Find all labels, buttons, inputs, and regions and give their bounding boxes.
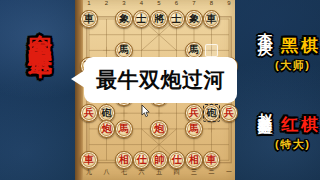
piece-red[interactable]: 車	[80, 151, 97, 168]
piece-black[interactable]: 車	[80, 10, 97, 27]
file-label: 8	[203, 0, 221, 7]
piece-red[interactable]: 車	[203, 151, 220, 168]
black-player-title: (大师)	[275, 58, 310, 73]
piece-red[interactable]: 炮	[98, 120, 115, 137]
black-player-name: 李少庚	[255, 21, 274, 30]
piece-red[interactable]: 仕	[133, 151, 150, 168]
piece-red[interactable]: 馬	[115, 120, 132, 137]
piece-red[interactable]: 兵	[80, 104, 97, 121]
file-label: 八	[98, 168, 116, 176]
file-label: 一	[220, 168, 238, 176]
mouse-cursor-icon	[141, 105, 150, 118]
file-label: 9	[220, 0, 238, 7]
black-side-label: 黑棋	[281, 34, 320, 57]
piece-black[interactable]: 象	[185, 10, 202, 27]
piece-red[interactable]: 帥	[150, 151, 167, 168]
file-label: 4	[133, 0, 151, 7]
red-side-label: 红棋	[281, 113, 320, 136]
piece-red[interactable]: 相	[115, 151, 132, 168]
file-labels-black: 123456789	[80, 0, 238, 7]
piece-red[interactable]: 炮	[150, 120, 167, 137]
file-label: 三	[185, 168, 203, 176]
file-label: 五	[150, 168, 168, 176]
piece-black[interactable]: 象	[115, 10, 132, 27]
last-move-from-marker	[205, 44, 218, 57]
file-label: 5	[150, 0, 168, 7]
red-player-title: (特大)	[275, 137, 310, 152]
file-label: 6	[168, 0, 186, 7]
piece-black[interactable]: 將	[150, 10, 167, 27]
caption-bubble: 最牛双炮过河	[84, 57, 237, 103]
piece-black[interactable]: 車	[203, 10, 220, 27]
piece-black[interactable]: 士	[168, 10, 185, 27]
file-label: 3	[115, 0, 133, 7]
file-label: 九	[80, 168, 98, 176]
file-label: 六	[133, 168, 151, 176]
piece-red[interactable]: 仕	[168, 151, 185, 168]
file-label: 7	[185, 0, 203, 7]
piece-black[interactable]: 士	[133, 10, 150, 27]
bubble-tail-icon	[71, 70, 85, 88]
file-label: 2	[98, 0, 116, 7]
red-player-name: 赵鑫鑫	[255, 101, 274, 110]
file-label: 四	[168, 168, 186, 176]
piece-red[interactable]: 相	[185, 151, 202, 168]
left-title-banner: 全国象棋冠军	[24, 14, 56, 180]
file-label: 二	[203, 168, 221, 176]
video-thumbnail: 123456789 九八七六五四三二一 車象士將士象車馬馬卒卒卒卒卒砲砲兵兵兵兵…	[0, 0, 320, 180]
last-move-to-marker	[203, 104, 220, 121]
file-label: 1	[80, 0, 98, 7]
file-labels-red: 九八七六五四三二一	[80, 168, 238, 176]
piece-red[interactable]: 兵	[220, 104, 237, 121]
piece-red[interactable]: 馬	[185, 120, 202, 137]
caption-text: 最牛双炮过河	[96, 66, 225, 94]
file-label: 七	[115, 168, 133, 176]
